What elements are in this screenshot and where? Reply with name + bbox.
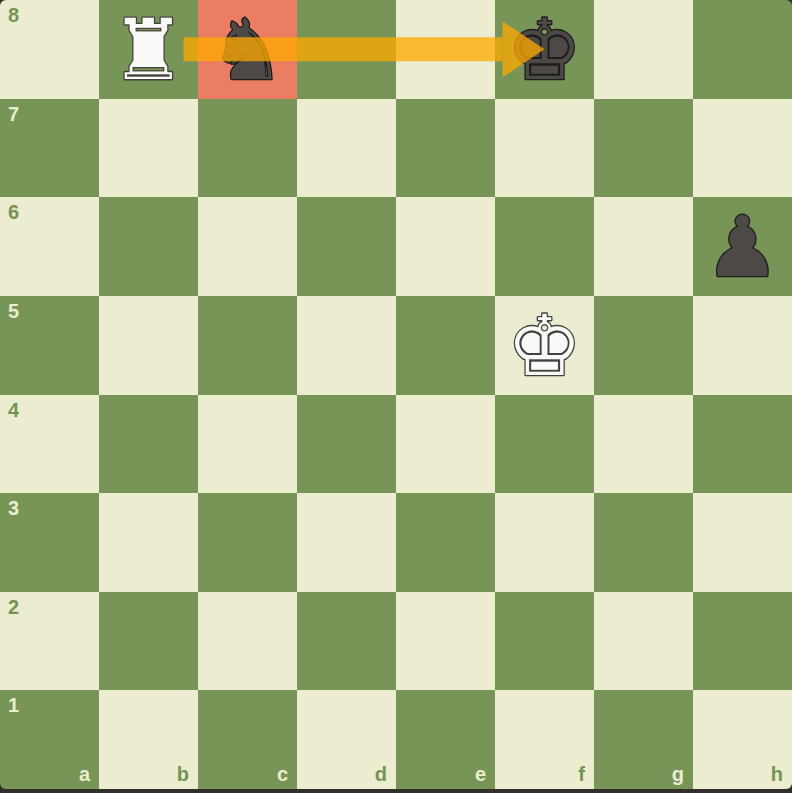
piece-white-king[interactable]: ♚	[495, 296, 594, 395]
square-b3[interactable]	[99, 493, 198, 592]
square-e1[interactable]: e	[396, 690, 495, 789]
coord-rank-1: 1	[8, 695, 19, 715]
square-e2[interactable]	[396, 592, 495, 691]
svg-text:♚: ♚	[507, 297, 582, 395]
square-g5[interactable]	[594, 296, 693, 395]
square-b4[interactable]	[99, 395, 198, 494]
square-h6[interactable]: ♟	[693, 197, 792, 296]
square-d5[interactable]	[297, 296, 396, 395]
coord-file-e: e	[475, 764, 486, 784]
square-e7[interactable]	[396, 99, 495, 198]
square-f6[interactable]	[495, 197, 594, 296]
square-b5[interactable]	[99, 296, 198, 395]
square-g8[interactable]	[594, 0, 693, 99]
square-d2[interactable]	[297, 592, 396, 691]
square-c6[interactable]	[198, 197, 297, 296]
coord-file-b: b	[177, 764, 189, 784]
square-a4[interactable]: 4	[0, 395, 99, 494]
square-d6[interactable]	[297, 197, 396, 296]
coord-file-d: d	[375, 764, 387, 784]
square-f7[interactable]	[495, 99, 594, 198]
square-b1[interactable]: b	[99, 690, 198, 789]
square-f5[interactable]: ♚	[495, 296, 594, 395]
piece-black-knight[interactable]: ♞	[198, 0, 297, 99]
square-d8[interactable]	[297, 0, 396, 99]
chess-board[interactable]: 8♜♞♚76♟5♚4321abcdefgh	[0, 0, 792, 789]
square-f3[interactable]	[495, 493, 594, 592]
svg-text:♞: ♞	[210, 1, 285, 99]
square-g7[interactable]	[594, 99, 693, 198]
square-f1[interactable]: f	[495, 690, 594, 789]
square-b2[interactable]	[99, 592, 198, 691]
square-g1[interactable]: g	[594, 690, 693, 789]
square-a8[interactable]: 8	[0, 0, 99, 99]
square-g2[interactable]	[594, 592, 693, 691]
coord-rank-6: 6	[8, 202, 19, 222]
square-g6[interactable]	[594, 197, 693, 296]
square-c8[interactable]: ♞	[198, 0, 297, 99]
square-a7[interactable]: 7	[0, 99, 99, 198]
square-h1[interactable]: h	[693, 690, 792, 789]
square-h5[interactable]	[693, 296, 792, 395]
coord-rank-3: 3	[8, 498, 19, 518]
square-a6[interactable]: 6	[0, 197, 99, 296]
coord-rank-4: 4	[8, 400, 19, 420]
square-c7[interactable]	[198, 99, 297, 198]
square-e5[interactable]	[396, 296, 495, 395]
square-c2[interactable]	[198, 592, 297, 691]
svg-text:♜: ♜	[111, 1, 186, 99]
square-d3[interactable]	[297, 493, 396, 592]
square-a5[interactable]: 5	[0, 296, 99, 395]
coord-file-h: h	[771, 764, 783, 784]
square-f8[interactable]: ♚	[495, 0, 594, 99]
square-a2[interactable]: 2	[0, 592, 99, 691]
page-background: 8♜♞♚76♟5♚4321abcdefgh	[0, 0, 792, 793]
square-a1[interactable]: 1a	[0, 690, 99, 789]
svg-text:♟: ♟	[705, 198, 780, 296]
square-e8[interactable]	[396, 0, 495, 99]
square-b6[interactable]	[99, 197, 198, 296]
square-c5[interactable]	[198, 296, 297, 395]
square-d7[interactable]	[297, 99, 396, 198]
square-h3[interactable]	[693, 493, 792, 592]
coord-file-g: g	[672, 764, 684, 784]
coord-rank-7: 7	[8, 104, 19, 124]
piece-black-pawn[interactable]: ♟	[693, 197, 792, 296]
coord-file-f: f	[578, 764, 585, 784]
square-h7[interactable]	[693, 99, 792, 198]
square-h4[interactable]	[693, 395, 792, 494]
square-h2[interactable]	[693, 592, 792, 691]
coord-file-c: c	[277, 764, 288, 784]
square-b7[interactable]	[99, 99, 198, 198]
coord-rank-8: 8	[8, 5, 19, 25]
coord-rank-5: 5	[8, 301, 19, 321]
square-g4[interactable]	[594, 395, 693, 494]
square-b8[interactable]: ♜	[99, 0, 198, 99]
coord-file-a: a	[79, 764, 90, 784]
piece-white-rook[interactable]: ♜	[99, 0, 198, 99]
square-f2[interactable]	[495, 592, 594, 691]
square-h8[interactable]	[693, 0, 792, 99]
square-f4[interactable]	[495, 395, 594, 494]
square-d4[interactable]	[297, 395, 396, 494]
piece-black-king[interactable]: ♚	[495, 0, 594, 99]
svg-text:♚: ♚	[507, 1, 582, 99]
square-g3[interactable]	[594, 493, 693, 592]
square-e3[interactable]	[396, 493, 495, 592]
square-a3[interactable]: 3	[0, 493, 99, 592]
square-c3[interactable]	[198, 493, 297, 592]
coord-rank-2: 2	[8, 597, 19, 617]
square-d1[interactable]: d	[297, 690, 396, 789]
square-c4[interactable]	[198, 395, 297, 494]
square-c1[interactable]: c	[198, 690, 297, 789]
square-e4[interactable]	[396, 395, 495, 494]
square-e6[interactable]	[396, 197, 495, 296]
